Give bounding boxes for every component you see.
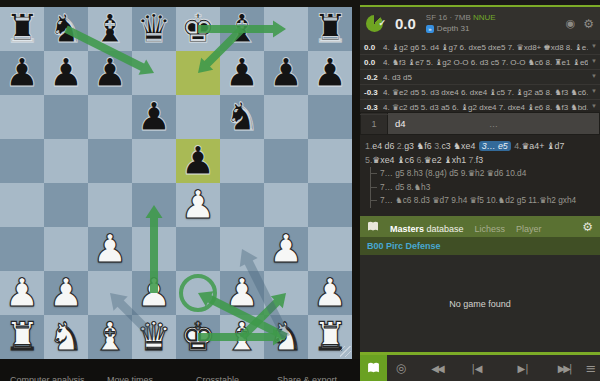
engine-eval: 0.0 (395, 15, 416, 32)
variation-lines: 7… g5 8.h3 (8.g4) d5 9.♛h2 ♛d6 10.d47… d… (370, 167, 595, 208)
opening-name[interactable]: B00 Pirc Defense (367, 241, 441, 251)
practice-target-icon[interactable]: ◉ (566, 17, 576, 30)
move[interactable]: ♞f6 (416, 141, 431, 151)
move[interactable]: ♛xe4 (372, 155, 394, 165)
expand-line-chevron-icon[interactable]: ▼ (591, 73, 597, 79)
square-d8[interactable]: ♛ (132, 7, 176, 51)
no-game-message: No game found (449, 299, 511, 309)
explorer-tab-lichess[interactable]: Lichess (475, 224, 506, 234)
square-g5[interactable] (264, 139, 308, 183)
go-next-button[interactable]: ▶| (512, 355, 534, 381)
white-pawn[interactable]: ♟ (313, 271, 348, 315)
move-list: 1.e4 d6 2.g3 ♞f6 3.c3 ♞xe4 3… e5 4.♛a4+ … (360, 137, 600, 216)
move[interactable]: c3 (441, 141, 450, 151)
expand-line-chevron-icon[interactable]: ▼ (591, 43, 597, 49)
analysis-app: ♜♞♝♛♚♝♜♟♟♟♟♟♟♟♞♟♟♟♟♟♟♟♟♟♜♞♝♛♚♝♞♜ Compute… (0, 0, 600, 381)
square-c3[interactable]: ♟ (88, 227, 132, 271)
black-queen[interactable]: ♛ (137, 7, 172, 51)
go-last-button[interactable]: ▶▶| (550, 355, 578, 381)
white-bishop[interactable]: ♝ (93, 315, 128, 359)
chess-board[interactable]: ♜♞♝♛♚♝♜♟♟♟♟♟♟♟♞♟♟♟♟♟♟♟♟♟♜♞♝♛♚♝♞♜ (0, 7, 352, 359)
square-a3[interactable] (0, 227, 44, 271)
black-pawn[interactable]: ♟ (137, 95, 172, 139)
square-d5[interactable] (132, 139, 176, 183)
under-board-tab-computer-analysis[interactable]: Computer analysis (10, 375, 85, 381)
square-h7[interactable]: ♟ (308, 51, 352, 95)
book-icon (367, 221, 379, 232)
board-area: ♜♞♝♛♚♝♜♟♟♟♟♟♟♟♞♟♟♟♟♟♟♟♟♟♜♞♝♛♚♝♞♜ Compute… (0, 0, 360, 381)
square-a1[interactable]: ♜ (0, 315, 44, 359)
black-pawn[interactable]: ♟ (93, 51, 128, 95)
square-a6[interactable] (0, 95, 44, 139)
square-a4[interactable] (0, 183, 44, 227)
move-number-box: 1 (360, 112, 388, 135)
analysis-panel: ✓ 0.0 SF 16 · 7MB NNUE » Depth 31 ◉ ⚙ 0.… (360, 0, 600, 381)
square-d6[interactable]: ♟ (132, 95, 176, 139)
line-moves: 4. ♛e2 d5 5. d3 dxe4 6. dxe4 ♝c5 7. ♝g2 … (383, 88, 588, 97)
go-first-button[interactable]: ◀◀ (424, 355, 450, 381)
move-input-field[interactable]: … d4 (388, 112, 600, 135)
line-eval: -0.3 (364, 103, 383, 112)
square-c5[interactable] (88, 139, 132, 183)
square-a8[interactable]: ♜ (0, 7, 44, 51)
square-e8[interactable]: ♚ (176, 7, 220, 51)
board-resize-handle[interactable] (340, 346, 351, 357)
line-eval: -0.3 (364, 88, 383, 97)
opening-row: B00 Pirc Defense (360, 237, 600, 255)
nnue-label: NNUE (473, 13, 496, 22)
current-move[interactable]: 3… e5 (479, 141, 511, 151)
move[interactable]: ♝xh1 (444, 155, 466, 165)
engine-lines: 0.04. ♝g2 g6 5. d4 ♝g7 6. dxe5 dxe5 7. ♛… (360, 40, 600, 110)
square-h2[interactable]: ♟ (308, 271, 352, 315)
square-g3[interactable]: ♟ (264, 227, 308, 271)
square-b6[interactable] (44, 95, 88, 139)
black-bishop[interactable]: ♝ (93, 7, 128, 51)
move[interactable]: ♛a4+ (521, 141, 544, 151)
engine-bar: ✓ 0.0 SF 16 · 7MB NNUE » Depth 31 ◉ ⚙ (360, 7, 600, 40)
depth-badge-icon: » (426, 25, 434, 33)
line-eval: 0.0 (364, 58, 383, 67)
square-f5[interactable] (220, 139, 264, 183)
under-board-tab-crosstable[interactable]: Crosstable (196, 375, 239, 381)
square-b2[interactable]: ♟ (44, 271, 88, 315)
variation-line[interactable]: 7… ♞c6 8.d3 ♛d7 9.h4 ♛f5 10.♞d2 g5 11.♛h… (371, 194, 595, 208)
square-e3[interactable] (176, 227, 220, 271)
square-a2[interactable]: ♟ (0, 271, 44, 315)
go-previous-button[interactable]: |◀ (466, 355, 488, 381)
square-e6[interactable] (176, 95, 220, 139)
move[interactable]: d6 (385, 141, 395, 151)
main-line: 1.e4 d6 2.g3 ♞f6 3.c3 ♞xe4 3… e5 4.♛a4+ … (365, 139, 595, 167)
black-king[interactable]: ♚ (181, 7, 216, 51)
black-pawn[interactable]: ♟ (313, 51, 348, 95)
expand-line-chevron-icon[interactable]: ▼ (591, 88, 597, 94)
square-c4[interactable] (88, 183, 132, 227)
explorer-tab-masters-database[interactable]: Masters database (390, 224, 464, 234)
explorer-tab-player[interactable]: Player (516, 224, 542, 234)
square-b3[interactable] (44, 227, 88, 271)
square-d2[interactable]: ♟ (132, 271, 176, 315)
black-knight[interactable]: ♞ (49, 7, 84, 51)
square-f8[interactable]: ♝ (220, 7, 264, 51)
square-g7[interactable]: ♟ (264, 51, 308, 95)
engine-status-icon[interactable]: ✓ (366, 15, 383, 32)
square-d3[interactable] (132, 227, 176, 271)
square-d7[interactable] (132, 51, 176, 95)
move[interactable]: ♛e2 (424, 155, 442, 165)
square-h6[interactable] (308, 95, 352, 139)
square-g8[interactable] (264, 7, 308, 51)
move-number: 7. (469, 155, 476, 165)
move[interactable]: ♞xe4 (453, 141, 475, 151)
variation-line[interactable]: 7… g5 8.h3 (8.g4) d5 9.♛h2 ♛d6 10.d4 (371, 167, 595, 181)
white-pawn[interactable]: ♟ (225, 271, 260, 315)
black-pawn[interactable]: ♟ (5, 51, 40, 95)
move[interactable]: ♝c6 (397, 155, 414, 165)
engine-depth: Depth 31 (437, 24, 469, 34)
line-moves: 4. ♝g2 g6 5. d4 ♝g7 6. dxe5 dxe5 7. ♛xd8… (383, 43, 588, 52)
black-pawn[interactable]: ♟ (269, 51, 304, 95)
engine-line-4[interactable]: -0.34. ♛e2 d5 5. d3 dxe4 6. dxe4 ♝c5 7. … (360, 85, 600, 100)
square-h4[interactable] (308, 183, 352, 227)
square-e7[interactable] (176, 51, 220, 95)
expand-line-chevron-icon[interactable]: ▼ (591, 103, 597, 109)
under-board-tabs: Computer analysisMove timesCrosstableSha… (0, 359, 360, 381)
hamburger-menu-icon[interactable]: ≡ (582, 355, 600, 381)
square-d1[interactable]: ♛ (132, 315, 176, 359)
black-rook[interactable]: ♜ (5, 7, 40, 51)
line-eval: -0.2 (364, 73, 383, 82)
square-g1[interactable]: ♞ (264, 315, 308, 359)
black-bishop[interactable]: ♝ (225, 7, 260, 51)
square-f6[interactable]: ♞ (220, 95, 264, 139)
white-king[interactable]: ♚ (181, 315, 216, 359)
square-h3[interactable] (308, 227, 352, 271)
white-pawn[interactable]: ♟ (5, 271, 40, 315)
engine-name: SF 16 · 7MB (426, 13, 471, 22)
white-pawn[interactable]: ♟ (93, 227, 128, 271)
white-pawn[interactable]: ♟ (269, 227, 304, 271)
practice-circles-icon[interactable]: ◎ (393, 355, 409, 381)
white-pawn[interactable]: ♟ (181, 183, 216, 227)
move[interactable]: g3 (404, 141, 414, 151)
black-pawn[interactable]: ♟ (181, 139, 216, 183)
square-c1[interactable]: ♝ (88, 315, 132, 359)
black-pawn[interactable]: ♟ (225, 51, 260, 95)
line-moves: 4. d3 d5 (383, 73, 588, 82)
square-c8[interactable]: ♝ (88, 7, 132, 51)
engine-meta: SF 16 · 7MB NNUE » Depth 31 (426, 13, 566, 34)
line-moves: 4. ♛c2 d5 5. d3 a5 6. ♝g2 dxe4 7. dxe4 ♝… (383, 103, 588, 112)
square-e5[interactable]: ♟ (176, 139, 220, 183)
square-b8[interactable]: ♞ (44, 7, 88, 51)
white-knight[interactable]: ♞ (269, 315, 304, 359)
under-board-tab-move-times[interactable]: Move times (107, 375, 153, 381)
black-pawn[interactable]: ♟ (49, 51, 84, 95)
square-e4[interactable]: ♟ (176, 183, 220, 227)
square-f4[interactable] (220, 183, 264, 227)
panel-top-accent (360, 0, 600, 7)
explorer-toggle-button[interactable] (360, 355, 387, 381)
line-moves: 4. ♞f3 ♝e7 5. ♝g2 O-O 6. d3 c5 7. O-O ♞c… (383, 58, 588, 67)
white-knight[interactable]: ♞ (49, 315, 84, 359)
square-c7[interactable]: ♟ (88, 51, 132, 95)
black-knight[interactable]: ♞ (225, 95, 260, 139)
engine-settings-gear-icon[interactable]: ⚙ (583, 17, 594, 31)
square-d4[interactable] (132, 183, 176, 227)
square-a5[interactable] (0, 139, 44, 183)
engine-line-1[interactable]: 0.04. ♝g2 g6 5. d4 ♝g7 6. dxe5 dxe5 7. ♛… (360, 40, 600, 55)
square-g6[interactable] (264, 95, 308, 139)
explorer-tabs: Masters databaseLichessPlayer ⚙ (360, 216, 600, 237)
explorer-settings-gear-icon[interactable]: ⚙ (582, 220, 593, 234)
input-ellipsis: … (388, 119, 599, 129)
square-h5[interactable] (308, 139, 352, 183)
line-eval: 0.0 (364, 43, 383, 52)
square-f1[interactable]: ♝ (220, 315, 264, 359)
square-g2[interactable] (264, 271, 308, 315)
square-e2[interactable] (176, 271, 220, 315)
square-f2[interactable]: ♟ (220, 271, 264, 315)
square-b7[interactable]: ♟ (44, 51, 88, 95)
square-c6[interactable] (88, 95, 132, 139)
move-input-row: 1 … d4 (360, 110, 600, 137)
white-pawn[interactable]: ♟ (137, 271, 172, 315)
control-bar: ◎ ◀◀ |◀ ▶| ▶▶| ≡ (360, 355, 600, 381)
square-b5[interactable] (44, 139, 88, 183)
square-f3[interactable] (220, 227, 264, 271)
square-f7[interactable]: ♟ (220, 51, 264, 95)
square-c2[interactable] (88, 271, 132, 315)
move-number: 6. (417, 155, 424, 165)
engine-line-3[interactable]: -0.24. d3 d5▼ (360, 70, 600, 85)
white-rook[interactable]: ♜ (5, 315, 40, 359)
variation-line[interactable]: 7… d5 8.♞h3 (371, 181, 595, 195)
black-rook[interactable]: ♜ (313, 7, 348, 51)
engine-line-2[interactable]: 0.04. ♞f3 ♝e7 5. ♝g2 O-O 6. d3 c5 7. O-O… (360, 55, 600, 70)
move[interactable]: e4 (372, 141, 382, 151)
explorer-body: No game found (360, 255, 600, 352)
square-g4[interactable] (264, 183, 308, 227)
square-h8[interactable]: ♜ (308, 7, 352, 51)
expand-line-chevron-icon[interactable]: ▼ (591, 58, 597, 64)
move[interactable]: ♝d7 (547, 141, 565, 151)
white-bishop[interactable]: ♝ (225, 315, 260, 359)
square-b1[interactable]: ♞ (44, 315, 88, 359)
square-b4[interactable] (44, 183, 88, 227)
white-queen[interactable]: ♛ (137, 315, 172, 359)
under-board-tab-share-export[interactable]: Share & export (277, 375, 337, 381)
white-pawn[interactable]: ♟ (49, 271, 84, 315)
square-e1[interactable]: ♚ (176, 315, 220, 359)
move[interactable]: f3 (476, 155, 483, 165)
square-a7[interactable]: ♟ (0, 51, 44, 95)
